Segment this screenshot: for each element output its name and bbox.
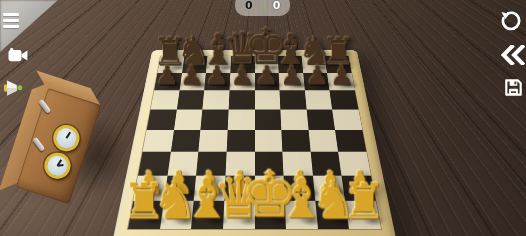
- piece-white-rook-h1[interactable]: ♜: [345, 201, 381, 229]
- undo-button[interactable]: [501, 45, 525, 65]
- white-score: 0: [273, 0, 281, 12]
- double-chevron-left-icon: [501, 45, 525, 65]
- piece-black-pawn-b7[interactable]: ♟: [179, 73, 206, 91]
- score-separator: -: [261, 0, 265, 11]
- save-button[interactable]: [502, 76, 525, 99]
- piece-black-pawn-e7[interactable]: ♟: [255, 73, 280, 91]
- piece-black-pawn-c7[interactable]: ♟: [204, 73, 230, 91]
- black-score: 0: [245, 0, 253, 12]
- chess-app-screen: ♜♞♝♛♚♝♞♜♟♟♟♟♟♟♟♟♟♟♟♟♟♟♟♟♜♞♝♛♚♝♞♜ 0 - 0: [0, 0, 526, 236]
- camera-button[interactable]: [8, 47, 28, 64]
- scoreboard: 0 - 0: [235, 0, 290, 16]
- save-icon: [502, 76, 525, 99]
- chess-board[interactable]: ♜♞♝♛♚♝♞♜♟♟♟♟♟♟♟♟♟♟♟♟♟♟♟♟♜♞♝♛♚♝♞♜: [128, 56, 381, 229]
- rotate-board-button[interactable]: [497, 8, 523, 34]
- piece-black-pawn-d7[interactable]: ♟: [229, 73, 254, 91]
- piece-black-pawn-h7[interactable]: ♟: [327, 73, 355, 91]
- piece-black-pawn-a7[interactable]: ♟: [154, 73, 182, 91]
- menu-button[interactable]: [3, 13, 19, 28]
- board-pieces: ♜♞♝♛♚♝♞♜♟♟♟♟♟♟♟♟♟♟♟♟♟♟♟♟♜♞♝♛♚♝♞♜: [128, 56, 381, 229]
- piece-black-pawn-g7[interactable]: ♟: [303, 73, 330, 91]
- menu-icon: [3, 13, 19, 28]
- speaker-icon: [4, 77, 23, 98]
- piece-black-pawn-f7[interactable]: ♟: [279, 73, 305, 91]
- rotate-icon: [497, 8, 523, 34]
- sound-button[interactable]: [4, 77, 23, 98]
- camera-icon: [8, 47, 28, 64]
